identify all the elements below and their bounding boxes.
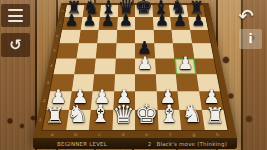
square-b5[interactable]: [76, 44, 97, 59]
rank-label-6: 6: [56, 35, 59, 38]
square-h5[interactable]: [192, 44, 214, 59]
file-label-f: f: [169, 133, 171, 137]
turn-status: Black's move (Thinking): [156, 141, 227, 147]
piece-g1-N[interactable]: ♞: [182, 103, 203, 127]
file-label-a: a: [50, 133, 54, 137]
move-number: 2: [148, 141, 152, 147]
piece-b1-N[interactable]: ♞: [67, 103, 88, 127]
rotate-icon: ↺: [9, 38, 22, 53]
menu-button[interactable]: [1, 4, 30, 27]
square-f5[interactable]: [154, 44, 174, 59]
info-button[interactable]: i: [239, 29, 262, 49]
file-label-c: c: [98, 133, 101, 137]
piece-e8-k[interactable]: ♚: [135, 0, 153, 16]
square-a4[interactable]: [53, 58, 76, 74]
rank-label-8: 8: [61, 9, 64, 11]
file-label-e: e: [145, 133, 148, 137]
hamburger-menu-icon: [8, 8, 23, 24]
square-h6[interactable]: [190, 30, 211, 44]
square-b4[interactable]: [74, 58, 96, 74]
square-d6[interactable]: [116, 30, 135, 44]
piece-d7-p[interactable]: ♟: [119, 13, 133, 28]
piece-c1-B[interactable]: ♝: [90, 103, 111, 127]
rank-label-1: 1: [38, 118, 42, 122]
square-d5[interactable]: [115, 44, 135, 59]
level-label: BEGINNER LEVEL: [57, 141, 107, 147]
square-c5[interactable]: [96, 44, 116, 59]
piece-c7-p[interactable]: ♟: [101, 13, 115, 28]
square-f4[interactable]: [155, 58, 176, 74]
piece-a1-R[interactable]: ♜: [45, 105, 65, 127]
square-c6[interactable]: [97, 30, 117, 44]
square-g6[interactable]: [171, 30, 191, 44]
rotate-board-button[interactable]: ↺: [1, 33, 30, 57]
piece-a7-p[interactable]: ♟: [65, 13, 79, 28]
piece-h7-p[interactable]: ♟: [191, 13, 205, 28]
file-label-d: d: [122, 133, 125, 137]
square-d4[interactable]: [115, 58, 135, 74]
undo-button[interactable]: ↶: [233, 4, 259, 28]
status-bar: BEGINNER LEVEL 2 Black's move (Thinking): [33, 138, 237, 149]
file-label-h: h: [216, 133, 220, 137]
square-e7[interactable]: [135, 17, 153, 30]
square-f6[interactable]: [153, 30, 173, 44]
piece-f1-B[interactable]: ♝: [159, 103, 180, 127]
square-g3[interactable]: [176, 74, 199, 91]
piece-g7-p[interactable]: ♟: [173, 13, 187, 28]
file-label-b: b: [74, 133, 78, 137]
rank-label-3: 3: [46, 81, 50, 85]
piece-e1-K[interactable]: ♚: [135, 101, 159, 127]
undo-arrow-icon: ↶: [238, 7, 253, 25]
piece-e4-P[interactable]: ♟: [137, 55, 152, 72]
piece-g4-P[interactable]: ♟: [178, 55, 193, 72]
square-h4[interactable]: [194, 58, 217, 74]
rank-label-7: 7: [59, 22, 62, 25]
rank-label-5: 5: [53, 49, 56, 52]
app-screen: abcdefgh12345678 ♜♞♝♛♚♝♞♜♟♟♟♟♟♟♟♟♟♟♟♟♟♟♟…: [0, 0, 267, 150]
square-c4[interactable]: [94, 58, 115, 74]
rank-label-4: 4: [50, 64, 53, 67]
square-b6[interactable]: [78, 30, 98, 44]
square-e3[interactable]: [135, 74, 156, 91]
square-a5[interactable]: [57, 44, 79, 59]
piece-f7-p[interactable]: ♟: [155, 13, 169, 28]
info-icon: i: [248, 33, 252, 45]
square-a6[interactable]: [59, 30, 80, 44]
piece-h1-R[interactable]: ♜: [205, 105, 225, 127]
file-label-g: g: [192, 133, 196, 137]
piece-b7-p[interactable]: ♟: [83, 13, 97, 28]
piece-d1-Q[interactable]: ♛: [112, 102, 134, 127]
